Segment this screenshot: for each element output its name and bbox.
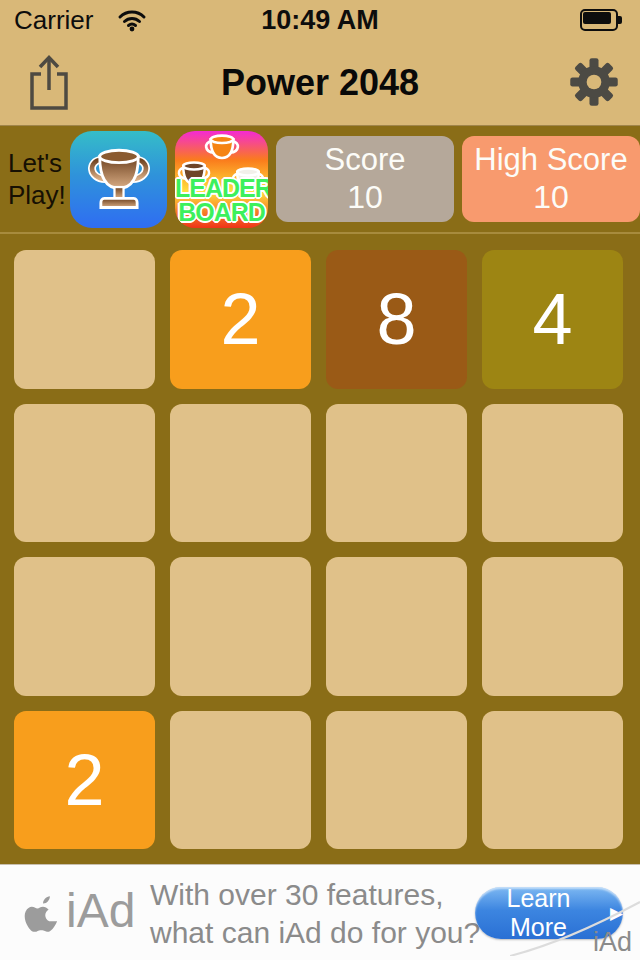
ad-corner-label: iAd — [593, 927, 632, 958]
leaderboard-label: LEADER BOARD — [175, 177, 268, 225]
high-score-box: High Score 10 — [462, 136, 640, 222]
lets-play-label: Let's Play! — [8, 147, 66, 212]
high-score-label: High Score — [474, 141, 627, 178]
trophy-icon — [85, 144, 153, 215]
tile-r4c1: 2 — [14, 711, 155, 850]
tile-r3c2 — [170, 557, 311, 696]
score-value: 10 — [347, 178, 383, 216]
leaderboard-button[interactable]: LEADER BOARD — [175, 131, 268, 228]
page-title: Power 2048 — [0, 62, 640, 104]
tile-r4c4 — [482, 711, 623, 850]
toolbar: Let's Play! — [0, 126, 640, 232]
tile-r4c2 — [170, 711, 311, 850]
iad-wordmark: iAd — [66, 883, 135, 938]
tile-r2c4 — [482, 404, 623, 543]
tile-r2c2 — [170, 404, 311, 543]
tile-r2c1 — [14, 404, 155, 543]
tile-r1c2: 2 — [170, 250, 311, 389]
apple-logo-icon — [24, 891, 62, 939]
ad-copy: With over 30 features, what can iAd do f… — [150, 876, 480, 951]
tile-r1c3: 8 — [326, 250, 467, 389]
app-screen: Carrier 10:49 AM Power 2048 — [0, 0, 640, 960]
share-icon — [24, 102, 74, 117]
high-score-value: 10 — [533, 178, 569, 216]
settings-button[interactable] — [568, 56, 620, 108]
status-time: 10:49 AM — [0, 5, 640, 36]
tile-r3c3 — [326, 557, 467, 696]
tile-r2c3 — [326, 404, 467, 543]
game-center-button[interactable] — [70, 131, 167, 228]
board-grid: 2842 — [14, 250, 623, 849]
gear-icon — [568, 96, 620, 111]
ad-banner[interactable]: iAd With over 30 features, what can iAd … — [0, 864, 640, 960]
tile-r1c4: 4 — [482, 250, 623, 389]
nav-bar: Power 2048 — [0, 40, 640, 126]
tile-r3c1 — [14, 557, 155, 696]
score-box: Score 10 — [276, 136, 454, 222]
tile-r3c4 — [482, 557, 623, 696]
tile-r4c3 — [326, 711, 467, 850]
status-bar: Carrier 10:49 AM — [0, 0, 640, 40]
battery-icon — [580, 9, 624, 31]
tile-r1c1 — [14, 250, 155, 389]
game-board[interactable]: 2842 — [0, 232, 640, 864]
score-label: Score — [325, 141, 406, 178]
